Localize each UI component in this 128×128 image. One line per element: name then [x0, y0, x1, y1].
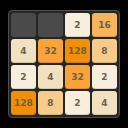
tile-4: 4	[38, 65, 63, 89]
tile-2: 2	[11, 65, 36, 89]
tile-128: 128	[65, 39, 90, 63]
tile-16: 16	[92, 13, 117, 37]
tile-8: 8	[38, 91, 63, 115]
tile-32: 32	[65, 65, 90, 89]
tile-2: 2	[65, 13, 90, 37]
tile-2: 2	[92, 65, 117, 89]
tile-32: 32	[38, 39, 63, 63]
empty-cell	[11, 13, 36, 37]
tile-4: 4	[92, 91, 117, 115]
tile-2: 2	[65, 91, 90, 115]
board-2048[interactable]: 216432128824322128824	[8, 10, 120, 118]
tile-4: 4	[11, 39, 36, 63]
tile-8: 8	[92, 39, 117, 63]
tile-128: 128	[11, 91, 36, 115]
empty-cell	[38, 13, 63, 37]
